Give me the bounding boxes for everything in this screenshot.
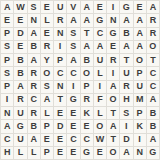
grid-cell[interactable]: T: [81, 28, 94, 41]
grid-cell[interactable]: E: [14, 14, 27, 27]
grid-cell[interactable]: E: [1, 14, 14, 27]
grid-cell[interactable]: U: [94, 54, 107, 67]
grid-cell[interactable]: A: [120, 147, 133, 160]
grid-cell[interactable]: B: [28, 120, 41, 133]
grid-cell[interactable]: T: [120, 54, 133, 67]
grid-cell[interactable]: S: [28, 1, 41, 14]
grid-cell[interactable]: P: [41, 120, 54, 133]
grid-cell[interactable]: G: [94, 14, 107, 27]
grid-cell[interactable]: N: [54, 28, 67, 41]
grid-cell[interactable]: R: [28, 81, 41, 94]
grid-cell[interactable]: I: [67, 81, 80, 94]
grid-cell[interactable]: A: [120, 41, 133, 54]
grid-cell[interactable]: C: [54, 67, 67, 80]
grid-cell[interactable]: Y: [41, 54, 54, 67]
grid-cell[interactable]: H: [120, 94, 133, 107]
grid-cell[interactable]: O: [147, 41, 160, 54]
grid-cell[interactable]: L: [41, 107, 54, 120]
grid-cell[interactable]: U: [134, 81, 147, 94]
grid-cell[interactable]: E: [54, 147, 67, 160]
grid-cell[interactable]: U: [14, 107, 27, 120]
grid-cell[interactable]: E: [54, 134, 67, 147]
grid-cell[interactable]: S: [41, 81, 54, 94]
word-search-board: AWSEUVAEIGEAEENLRAAGNAARPDAENSTCGBARSEBR…: [0, 0, 160, 160]
grid-cell[interactable]: G: [67, 94, 80, 107]
grid-cell[interactable]: H: [1, 147, 14, 160]
grid-cell[interactable]: E: [67, 120, 80, 133]
grid-cell[interactable]: S: [120, 107, 133, 120]
grid-cell[interactable]: E: [67, 107, 80, 120]
grid-cell[interactable]: T: [107, 107, 120, 120]
grid-cell[interactable]: P: [41, 147, 54, 160]
grid-cell[interactable]: E: [107, 41, 120, 54]
grid-cell[interactable]: U: [14, 134, 27, 147]
grid-cell[interactable]: U: [120, 67, 133, 80]
grid-cell[interactable]: R: [120, 81, 133, 94]
grid-cell[interactable]: A: [81, 1, 94, 14]
grid-cell[interactable]: D: [120, 134, 133, 147]
grid-cell[interactable]: I: [107, 1, 120, 14]
grid-cell[interactable]: E: [41, 134, 54, 147]
grid-cell[interactable]: N: [1, 107, 14, 120]
grid-cell[interactable]: S: [67, 28, 80, 41]
grid-cell[interactable]: A: [41, 94, 54, 107]
grid-cell[interactable]: A: [94, 41, 107, 54]
grid-cell[interactable]: N: [134, 147, 147, 160]
grid-cell[interactable]: C: [1, 134, 14, 147]
grid-cell[interactable]: T: [54, 94, 67, 107]
grid-cell[interactable]: E: [14, 41, 27, 54]
grid-cell[interactable]: I: [134, 134, 147, 147]
grid-cell[interactable]: N: [107, 14, 120, 27]
grid-cell[interactable]: G: [107, 28, 120, 41]
grid-cell[interactable]: C: [147, 67, 160, 80]
grid-cell[interactable]: O: [81, 67, 94, 80]
grid-cell[interactable]: V: [67, 1, 80, 14]
grid-cell[interactable]: R: [41, 41, 54, 54]
grid-cell[interactable]: O: [134, 54, 147, 67]
grid-cell[interactable]: C: [94, 28, 107, 41]
grid-cell[interactable]: G: [147, 147, 160, 160]
grid-cell[interactable]: C: [67, 134, 80, 147]
grid-cell[interactable]: B: [147, 120, 160, 133]
grid-cell[interactable]: R: [147, 28, 160, 41]
grid-cell[interactable]: F: [94, 94, 107, 107]
grid-cell[interactable]: L: [28, 147, 41, 160]
grid-cell[interactable]: D: [54, 120, 67, 133]
grid-cell[interactable]: P: [1, 81, 14, 94]
grid-cell[interactable]: L: [41, 14, 54, 27]
grid-cell[interactable]: A: [107, 120, 120, 133]
grid-cell[interactable]: G: [120, 1, 133, 14]
grid-cell[interactable]: B: [14, 54, 27, 67]
grid-cell[interactable]: E: [134, 1, 147, 14]
grid-cell[interactable]: R: [28, 67, 41, 80]
grid-cell[interactable]: L: [94, 107, 107, 120]
grid-cell[interactable]: C: [67, 67, 80, 80]
grid-cell[interactable]: E: [67, 147, 80, 160]
grid-cell[interactable]: G: [14, 120, 27, 133]
grid-cell[interactable]: E: [41, 1, 54, 14]
grid-cell[interactable]: K: [81, 107, 94, 120]
grid-cell[interactable]: B: [81, 54, 94, 67]
grid-cell[interactable]: A: [28, 28, 41, 41]
grid-cell[interactable]: A: [107, 81, 120, 94]
grid-cell[interactable]: C: [28, 94, 41, 107]
grid-cell[interactable]: U: [54, 1, 67, 14]
grid-cell[interactable]: S: [1, 67, 14, 80]
grid-cell[interactable]: O: [94, 120, 107, 133]
grid-cell[interactable]: A: [28, 134, 41, 147]
grid-cell[interactable]: M: [134, 94, 147, 107]
grid-cell[interactable]: A: [28, 54, 41, 67]
grid-cell[interactable]: G: [81, 147, 94, 160]
grid-cell[interactable]: L: [94, 67, 107, 80]
grid-cell[interactable]: B: [14, 67, 27, 80]
grid-cell[interactable]: N: [28, 14, 41, 27]
grid-cell[interactable]: C: [147, 81, 160, 94]
grid-cell[interactable]: A: [1, 1, 14, 14]
grid-cell[interactable]: A: [147, 94, 160, 107]
grid-cell[interactable]: N: [54, 81, 67, 94]
grid-cell[interactable]: A: [147, 1, 160, 14]
grid-cell[interactable]: O: [107, 94, 120, 107]
grid-cell[interactable]: T: [147, 54, 160, 67]
grid-cell[interactable]: R: [147, 14, 160, 27]
grid-cell[interactable]: A: [134, 14, 147, 27]
grid-cell[interactable]: A: [14, 81, 27, 94]
grid-cell[interactable]: I: [94, 81, 107, 94]
grid-cell[interactable]: P: [81, 81, 94, 94]
grid-cell[interactable]: I: [107, 67, 120, 80]
grid-cell[interactable]: P: [1, 28, 14, 41]
grid-cell[interactable]: R: [28, 107, 41, 120]
grid-cell[interactable]: L: [14, 147, 27, 160]
grid-cell[interactable]: E: [54, 107, 67, 120]
grid-cell[interactable]: W: [94, 134, 107, 147]
grid-cell[interactable]: O: [107, 147, 120, 160]
grid-cell[interactable]: P: [1, 54, 14, 67]
grid-cell[interactable]: I: [120, 120, 133, 133]
grid-cell[interactable]: E: [94, 1, 107, 14]
grid-cell[interactable]: A: [81, 41, 94, 54]
grid-cell[interactable]: P: [134, 67, 147, 80]
grid-cell[interactable]: S: [67, 41, 80, 54]
grid-cell[interactable]: O: [41, 67, 54, 80]
grid-cell[interactable]: E: [94, 147, 107, 160]
grid-cell[interactable]: R: [107, 54, 120, 67]
grid-cell[interactable]: D: [14, 28, 27, 41]
grid-cell[interactable]: K: [134, 120, 147, 133]
grid-cell[interactable]: P: [134, 107, 147, 120]
grid-cell[interactable]: R: [81, 94, 94, 107]
grid-cell[interactable]: A: [1, 120, 14, 133]
grid-cell[interactable]: P: [54, 54, 67, 67]
grid-cell[interactable]: S: [1, 41, 14, 54]
grid-cell[interactable]: B: [28, 41, 41, 54]
grid-cell[interactable]: I: [1, 94, 14, 107]
grid-cell[interactable]: E: [41, 28, 54, 41]
grid-cell[interactable]: A: [67, 14, 80, 27]
grid-cell[interactable]: A: [120, 14, 133, 27]
grid-cell[interactable]: T: [107, 134, 120, 147]
grid-cell[interactable]: B: [147, 107, 160, 120]
grid-cell[interactable]: A: [147, 134, 160, 147]
grid-cell[interactable]: R: [54, 14, 67, 27]
grid-cell[interactable]: A: [134, 28, 147, 41]
grid-cell[interactable]: I: [54, 41, 67, 54]
grid-cell[interactable]: A: [67, 54, 80, 67]
grid-cell[interactable]: R: [14, 94, 27, 107]
grid-cell[interactable]: C: [81, 134, 94, 147]
grid-cell[interactable]: A: [134, 41, 147, 54]
grid-cell[interactable]: A: [81, 14, 94, 27]
grid-cell[interactable]: B: [120, 28, 133, 41]
grid-cell[interactable]: E: [81, 120, 94, 133]
grid-cell[interactable]: W: [14, 1, 27, 14]
